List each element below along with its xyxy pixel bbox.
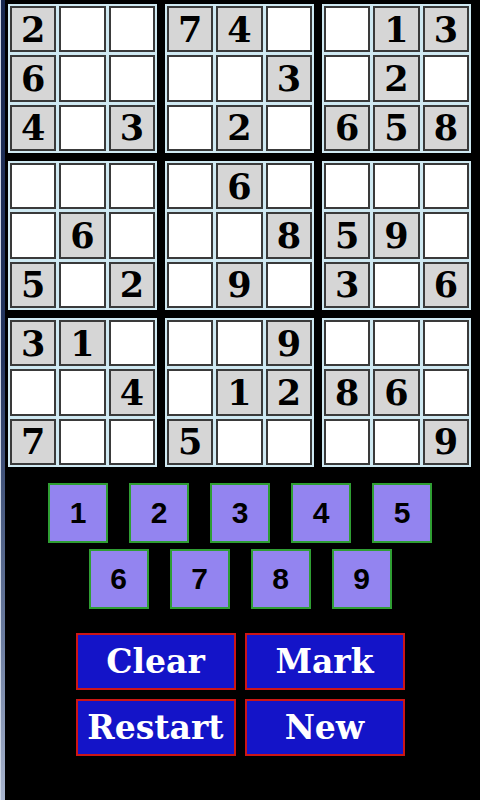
cell-r9c3[interactable] <box>109 419 155 465</box>
cell-r8c8[interactable]: 6 <box>373 369 419 415</box>
cell-r9c4[interactable]: 5 <box>167 419 213 465</box>
cell-r2c3[interactable] <box>109 55 155 101</box>
cell-r4c8[interactable] <box>373 163 419 209</box>
cell-r9c2[interactable] <box>59 419 105 465</box>
cell-r1c4[interactable]: 7 <box>167 6 213 52</box>
cell-r6c6[interactable] <box>266 262 312 308</box>
cell-r9c1[interactable]: 7 <box>10 419 56 465</box>
cell-r8c9[interactable] <box>423 369 469 415</box>
cell-r9c5[interactable] <box>216 419 262 465</box>
cell-r1c7[interactable] <box>324 6 370 52</box>
cell-r9c8[interactable] <box>373 419 419 465</box>
cell-r1c8[interactable]: 1 <box>373 6 419 52</box>
cell-r8c5[interactable]: 1 <box>216 369 262 415</box>
cell-r8c4[interactable] <box>167 369 213 415</box>
cell-r8c2[interactable] <box>59 369 105 415</box>
cell-r6c4[interactable] <box>167 262 213 308</box>
cell-r2c8[interactable]: 2 <box>373 55 419 101</box>
cell-r3c4[interactable] <box>167 105 213 151</box>
cell-r1c1[interactable]: 2 <box>10 6 56 52</box>
cell-r5c1[interactable] <box>10 212 56 258</box>
cell-r7c8[interactable] <box>373 320 419 366</box>
sudoku-board: 26437432132658652689593631479125869 <box>8 4 471 467</box>
cell-r6c8[interactable] <box>373 262 419 308</box>
cell-r1c6[interactable] <box>266 6 312 52</box>
cell-r1c3[interactable] <box>109 6 155 52</box>
cell-r7c2[interactable]: 1 <box>59 320 105 366</box>
cell-r1c9[interactable]: 3 <box>423 6 469 52</box>
cell-r9c6[interactable] <box>266 419 312 465</box>
cell-r5c5[interactable] <box>216 212 262 258</box>
restart-button[interactable]: Restart <box>76 699 236 756</box>
num-button-3[interactable]: 3 <box>210 483 270 543</box>
numpad-row-2: 6789 <box>0 549 480 609</box>
cell-r4c9[interactable] <box>423 163 469 209</box>
cell-r5c3[interactable] <box>109 212 155 258</box>
cell-r4c2[interactable] <box>59 163 105 209</box>
num-button-2[interactable]: 2 <box>129 483 189 543</box>
cell-r4c1[interactable] <box>10 163 56 209</box>
cell-r3c3[interactable]: 3 <box>109 105 155 151</box>
cell-r3c7[interactable]: 6 <box>324 105 370 151</box>
box-8: 9125 <box>165 318 314 467</box>
cell-r5c6[interactable]: 8 <box>266 212 312 258</box>
cell-r3c5[interactable]: 2 <box>216 105 262 151</box>
cell-r3c1[interactable]: 4 <box>10 105 56 151</box>
cell-r2c9[interactable] <box>423 55 469 101</box>
num-button-9[interactable]: 9 <box>332 549 392 609</box>
cell-r7c9[interactable] <box>423 320 469 366</box>
app-screen: 26437432132658652689593631479125869 1234… <box>0 0 480 800</box>
cell-r2c4[interactable] <box>167 55 213 101</box>
cell-r2c7[interactable] <box>324 55 370 101</box>
cell-r5c2[interactable]: 6 <box>59 212 105 258</box>
cell-r4c7[interactable] <box>324 163 370 209</box>
cell-r7c6[interactable]: 9 <box>266 320 312 366</box>
cell-r2c1[interactable]: 6 <box>10 55 56 101</box>
num-button-4[interactable]: 4 <box>291 483 351 543</box>
cell-r7c5[interactable] <box>216 320 262 366</box>
box-4: 652 <box>8 161 157 310</box>
cell-r7c4[interactable] <box>167 320 213 366</box>
box-3: 132658 <box>322 4 471 153</box>
cell-r2c5[interactable] <box>216 55 262 101</box>
cell-r8c7[interactable]: 8 <box>324 369 370 415</box>
cell-r4c4[interactable] <box>167 163 213 209</box>
box-5: 689 <box>165 161 314 310</box>
cell-r7c1[interactable]: 3 <box>10 320 56 366</box>
cell-r1c2[interactable] <box>59 6 105 52</box>
box-1: 2643 <box>8 4 157 153</box>
cell-r6c1[interactable]: 5 <box>10 262 56 308</box>
box-2: 7432 <box>165 4 314 153</box>
cell-r7c3[interactable] <box>109 320 155 366</box>
cell-r6c3[interactable]: 2 <box>109 262 155 308</box>
clear-button[interactable]: Clear <box>76 633 236 690</box>
cell-r1c5[interactable]: 4 <box>216 6 262 52</box>
mark-button[interactable]: Mark <box>245 633 405 690</box>
cell-r6c2[interactable] <box>59 262 105 308</box>
cell-r6c9[interactable]: 6 <box>423 262 469 308</box>
box-9: 869 <box>322 318 471 467</box>
num-button-7[interactable]: 7 <box>170 549 230 609</box>
cell-r9c7[interactable] <box>324 419 370 465</box>
cell-r2c6[interactable]: 3 <box>266 55 312 101</box>
cell-r6c7[interactable]: 3 <box>324 262 370 308</box>
cell-r6c5[interactable]: 9 <box>216 262 262 308</box>
new-button[interactable]: New <box>245 699 405 756</box>
cell-r7c7[interactable] <box>324 320 370 366</box>
cell-r3c8[interactable]: 5 <box>373 105 419 151</box>
cell-r3c6[interactable] <box>266 105 312 151</box>
cell-r3c9[interactable]: 8 <box>423 105 469 151</box>
num-button-6[interactable]: 6 <box>89 549 149 609</box>
cell-r8c3[interactable]: 4 <box>109 369 155 415</box>
box-6: 5936 <box>322 161 471 310</box>
num-button-8[interactable]: 8 <box>251 549 311 609</box>
cell-r5c8[interactable]: 9 <box>373 212 419 258</box>
cell-r8c1[interactable] <box>10 369 56 415</box>
cell-r4c3[interactable] <box>109 163 155 209</box>
cell-r9c9[interactable]: 9 <box>423 419 469 465</box>
num-button-1[interactable]: 1 <box>48 483 108 543</box>
num-button-5[interactable]: 5 <box>372 483 432 543</box>
cell-r3c2[interactable] <box>59 105 105 151</box>
actions-row-1: Clear Mark <box>0 633 480 690</box>
cell-r8c6[interactable]: 2 <box>266 369 312 415</box>
actions-row-2: Restart New <box>0 699 480 756</box>
cell-r4c6[interactable] <box>266 163 312 209</box>
cell-r5c9[interactable] <box>423 212 469 258</box>
cell-r5c4[interactable] <box>167 212 213 258</box>
cell-r2c2[interactable] <box>59 55 105 101</box>
numpad-row-1: 12345 <box>0 483 480 543</box>
cell-r5c7[interactable]: 5 <box>324 212 370 258</box>
cell-r4c5[interactable]: 6 <box>216 163 262 209</box>
box-7: 3147 <box>8 318 157 467</box>
